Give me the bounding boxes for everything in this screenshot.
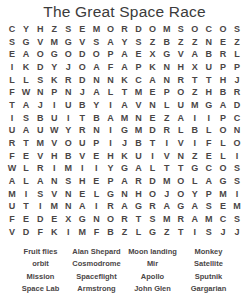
grid-cell[interactable]: S <box>19 112 33 125</box>
grid-cell[interactable]: D <box>19 226 33 239</box>
grid-cell[interactable]: U <box>5 201 19 214</box>
grid-cell[interactable]: A <box>117 48 131 61</box>
grid-cell[interactable]: O <box>146 23 160 36</box>
grid-cell[interactable]: N <box>174 150 188 163</box>
grid-cell[interactable]: N <box>61 201 75 214</box>
grid-cell[interactable]: F <box>5 150 19 163</box>
grid-cell[interactable]: B <box>75 99 89 112</box>
grid-cell[interactable]: R <box>230 86 244 99</box>
grid-cell[interactable]: J <box>75 86 89 99</box>
grid-cell[interactable]: N <box>160 74 174 87</box>
grid-cell[interactable]: N <box>89 125 103 138</box>
grid-cell[interactable]: O <box>103 23 117 36</box>
grid-cell[interactable]: A <box>202 175 216 188</box>
grid-cell[interactable]: Z <box>47 23 61 36</box>
grid-cell[interactable]: S <box>132 36 146 49</box>
grid-cell[interactable]: N <box>33 86 47 99</box>
grid-cell[interactable]: B <box>132 137 146 150</box>
grid-cell[interactable]: T <box>117 86 131 99</box>
grid-cell[interactable]: M <box>132 125 146 138</box>
grid-cell[interactable]: K <box>47 74 61 87</box>
grid-cell[interactable]: I <box>61 226 75 239</box>
grid-cell[interactable]: Z <box>160 112 174 125</box>
grid-cell[interactable]: V <box>160 150 174 163</box>
grid-cell[interactable]: T <box>19 201 33 214</box>
word-list-item: Monkey <box>181 246 237 258</box>
grid-cell[interactable]: T <box>19 137 33 150</box>
grid-cell[interactable]: Y <box>19 23 33 36</box>
grid-cell[interactable]: G <box>75 213 89 226</box>
grid-cell[interactable]: E <box>132 48 146 61</box>
grid-cell[interactable]: B <box>33 112 47 125</box>
grid-cell[interactable]: M <box>160 23 174 36</box>
grid-cell[interactable]: A <box>19 48 33 61</box>
grid-cell[interactable]: M <box>47 36 61 49</box>
grid-cell[interactable]: O <box>33 48 47 61</box>
grid-cell[interactable]: B <box>216 86 230 99</box>
grid-cell[interactable]: M <box>5 188 19 201</box>
grid-cell[interactable]: G <box>216 175 230 188</box>
grid-cell[interactable]: N <box>47 175 61 188</box>
grid-cell[interactable]: S <box>89 36 103 49</box>
grid-cell[interactable]: L <box>19 74 33 87</box>
grid-cell[interactable]: O <box>216 163 230 176</box>
grid-cell[interactable]: E <box>19 213 33 226</box>
grid-cell[interactable]: Z <box>188 86 202 99</box>
grid-cell[interactable]: A <box>89 86 103 99</box>
grid-cell[interactable]: O <box>174 188 188 201</box>
grid-cell[interactable]: D <box>132 23 146 36</box>
grid-cell[interactable]: V <box>47 188 61 201</box>
grid-cell[interactable]: L <box>188 175 202 188</box>
grid-cell[interactable]: P <box>103 175 117 188</box>
grid-cell[interactable]: J <box>117 137 131 150</box>
grid-cell[interactable]: O <box>188 23 202 36</box>
word-list-item: Cosmodrome <box>69 258 125 270</box>
grid-cell[interactable]: O <box>216 125 230 138</box>
grid-cell[interactable]: V <box>174 137 188 150</box>
grid-cell[interactable]: I <box>202 112 216 125</box>
grid-cell[interactable]: N <box>61 188 75 201</box>
grid-cell[interactable]: I <box>47 163 61 176</box>
grid-cell[interactable]: W <box>47 125 61 138</box>
grid-cell[interactable]: F <box>202 137 216 150</box>
grid-cell[interactable]: P <box>89 137 103 150</box>
grid-cell[interactable]: G <box>19 36 33 49</box>
grid-cell[interactable]: O <box>61 48 75 61</box>
grid-cell[interactable]: Z <box>146 36 160 49</box>
grid-cell[interactable]: H <box>216 74 230 87</box>
grid-cell[interactable]: R <box>33 163 47 176</box>
grid-cell[interactable]: I <box>103 125 117 138</box>
grid-cell[interactable]: D <box>33 61 47 74</box>
grid-cell[interactable]: L <box>103 86 117 99</box>
grid-cell[interactable]: V <box>33 150 47 163</box>
grid-cell[interactable]: N <box>89 213 103 226</box>
grid-cell[interactable]: Z <box>188 36 202 49</box>
grid-cell[interactable]: E <box>75 188 89 201</box>
grid-cell[interactable]: K <box>47 226 61 239</box>
grid-cell[interactable]: E <box>5 48 19 61</box>
grid-cell[interactable]: G <box>132 201 146 214</box>
grid-cell[interactable]: E <box>216 201 230 214</box>
grid-cell[interactable]: L <box>160 99 174 112</box>
grid-cell[interactable]: I <box>61 112 75 125</box>
grid-cell[interactable]: L <box>89 188 103 201</box>
grid-cell[interactable]: I <box>47 99 61 112</box>
grid-cell[interactable]: Y <box>89 99 103 112</box>
grid-cell[interactable]: C <box>132 74 146 87</box>
grid-cell[interactable]: L <box>230 48 244 61</box>
grid-cell[interactable]: V <box>174 48 188 61</box>
grid-cell[interactable]: G <box>202 99 216 112</box>
grid-cell[interactable]: N <box>146 99 160 112</box>
grid-cell[interactable]: D <box>146 125 160 138</box>
grid-cell[interactable]: S <box>33 188 47 201</box>
grid-cell[interactable]: I <box>89 163 103 176</box>
grid-cell[interactable]: A <box>19 125 33 138</box>
grid-cell[interactable]: I <box>188 137 202 150</box>
grid-cell[interactable]: H <box>132 188 146 201</box>
word-list-item: Spaceflight <box>69 270 125 282</box>
grid-cell[interactable]: M <box>61 163 75 176</box>
grid-cell[interactable]: C <box>230 112 244 125</box>
grid-cell[interactable]: E <box>202 150 216 163</box>
grid-cell[interactable]: A <box>75 201 89 214</box>
grid-cell[interactable]: I <box>5 61 19 74</box>
grid-cell[interactable]: B <box>160 36 174 49</box>
word-list: Fruit flies Alan Shepard Moon landing Mo… <box>13 246 237 295</box>
grid-cell[interactable]: S <box>146 213 160 226</box>
grid-cell[interactable]: U <box>61 99 75 112</box>
grid-cell[interactable]: S <box>61 23 75 36</box>
grid-cell[interactable]: N <box>160 61 174 74</box>
grid-cell[interactable]: I <box>75 163 89 176</box>
grid-cell[interactable]: M <box>132 86 146 99</box>
grid-cell[interactable]: A <box>89 61 103 74</box>
grid-cell[interactable]: E <box>146 86 160 99</box>
grid-cell[interactable]: T <box>132 213 146 226</box>
grid-cell[interactable]: E <box>75 23 89 36</box>
grid-cell[interactable]: E <box>89 150 103 163</box>
grid-cell[interactable]: O <box>89 48 103 61</box>
grid-cell[interactable]: R <box>103 201 117 214</box>
grid-cell[interactable]: B <box>61 150 75 163</box>
grid-cell[interactable]: A <box>117 99 131 112</box>
grid-cell[interactable]: R <box>75 125 89 138</box>
grid-cell[interactable]: Y <box>188 188 202 201</box>
grid-cell[interactable]: K <box>19 61 33 74</box>
grid-cell[interactable]: N <box>230 125 244 138</box>
grid-cell[interactable]: T <box>174 226 188 239</box>
grid-cell[interactable]: H <box>47 150 61 163</box>
grid-cell[interactable]: R <box>160 125 174 138</box>
grid-cell[interactable]: L <box>5 74 19 87</box>
grid-cell[interactable]: I <box>188 226 202 239</box>
grid-cell[interactable]: A <box>146 74 160 87</box>
grid-cell[interactable]: A <box>216 99 230 112</box>
grid-cell[interactable]: O <box>230 137 244 150</box>
grid-cell[interactable]: M <box>75 226 89 239</box>
grid-cell[interactable]: B <box>188 125 202 138</box>
grid-cell[interactable]: F <box>33 226 47 239</box>
grid-cell[interactable]: A <box>117 201 131 214</box>
grid-cell[interactable]: E <box>216 36 230 49</box>
grid-cell[interactable]: O <box>174 175 188 188</box>
grid-cell[interactable]: J <box>33 99 47 112</box>
grid-cell[interactable]: A <box>33 175 47 188</box>
grid-cell[interactable]: L <box>216 137 230 150</box>
grid-cell[interactable]: M <box>160 175 174 188</box>
grid-cell[interactable]: M <box>230 201 244 214</box>
grid-cell[interactable]: G <box>174 201 188 214</box>
grid-cell[interactable]: H <box>202 86 216 99</box>
grid-cell[interactable]: H <box>33 23 47 36</box>
grid-cell[interactable]: L <box>19 175 33 188</box>
grid-cell[interactable]: Z <box>160 226 174 239</box>
grid-cell[interactable]: G <box>146 226 160 239</box>
grid-cell[interactable]: U <box>202 61 216 74</box>
grid-cell[interactable]: C <box>216 213 230 226</box>
grid-cell[interactable]: Y <box>103 163 117 176</box>
grid-cell[interactable]: T <box>174 163 188 176</box>
grid-cell[interactable]: S <box>33 74 47 87</box>
grid-cell[interactable]: U <box>75 137 89 150</box>
grid-cell[interactable]: M <box>33 137 47 150</box>
grid-cell[interactable]: L <box>146 163 160 176</box>
grid-cell[interactable]: J <box>61 61 75 74</box>
grid-cell[interactable]: T <box>188 74 202 87</box>
grid-cell[interactable]: U <box>132 150 146 163</box>
grid-cell[interactable]: I <box>19 188 33 201</box>
grid-cell[interactable]: I <box>103 99 117 112</box>
grid-cell[interactable]: V <box>47 137 61 150</box>
grid-cell[interactable]: R <box>174 213 188 226</box>
grid-cell[interactable]: J <box>160 188 174 201</box>
grid-cell[interactable]: M <box>160 213 174 226</box>
grid-cell[interactable]: M <box>216 188 230 201</box>
grid-cell[interactable]: K <box>117 74 131 87</box>
grid-cell[interactable]: O <box>75 61 89 74</box>
grid-cell[interactable]: L <box>202 125 216 138</box>
grid-cell[interactable]: V <box>132 99 146 112</box>
grid-cell[interactable]: S <box>230 163 244 176</box>
grid-cell[interactable]: V <box>75 36 89 49</box>
grid-cell[interactable]: T <box>160 163 174 176</box>
grid-cell[interactable]: P <box>216 112 230 125</box>
grid-cell[interactable]: V <box>33 36 47 49</box>
grid-cell[interactable]: X <box>188 61 202 74</box>
grid-cell[interactable]: U <box>5 125 19 138</box>
grid-cell[interactable]: P <box>160 86 174 99</box>
grid-cell[interactable]: I <box>230 188 244 201</box>
grid-cell[interactable]: A <box>117 61 131 74</box>
grid-cell[interactable]: Y <box>61 125 75 138</box>
word-list-item: Space Lab <box>13 283 69 295</box>
grid-cell[interactable]: O <box>103 213 117 226</box>
grid-cell[interactable]: M <box>188 99 202 112</box>
grid-cell[interactable]: G <box>117 125 131 138</box>
grid-cell[interactable]: L <box>216 150 230 163</box>
word-search-page: The Great Space Race CYHZSEMORDOMSOCOSSG… <box>0 0 249 300</box>
grid-cell[interactable]: S <box>5 36 19 49</box>
grid-cell[interactable]: U <box>174 99 188 112</box>
word-list-item: Gargarian <box>181 283 237 295</box>
grid-cell[interactable]: L <box>19 163 33 176</box>
grid-cell[interactable]: M <box>117 112 131 125</box>
grid-cell[interactable]: B <box>89 112 103 125</box>
grid-cell[interactable]: S <box>61 175 75 188</box>
grid-cell[interactable]: S <box>202 226 216 239</box>
grid-cell[interactable]: E <box>19 150 33 163</box>
grid-cell[interactable]: P <box>47 86 61 99</box>
grid-cell[interactable]: A <box>188 48 202 61</box>
grid-cell[interactable]: Z <box>230 36 244 49</box>
word-list-item: Fruit flies <box>13 246 69 258</box>
grid-cell[interactable]: N <box>89 74 103 87</box>
grid-cell[interactable]: B <box>202 48 216 61</box>
grid-cell[interactable]: I <box>146 150 160 163</box>
grid-cell[interactable]: D <box>33 213 47 226</box>
grid-cell[interactable]: I <box>230 150 244 163</box>
grid-cell[interactable]: G <box>160 48 174 61</box>
grid-cell[interactable]: O <box>146 188 160 201</box>
grid-cell[interactable]: R <box>132 175 146 188</box>
grid-cell[interactable]: L <box>174 125 188 138</box>
grid-cell[interactable]: A <box>117 175 131 188</box>
grid-cell[interactable]: A <box>188 201 202 214</box>
grid-cell[interactable]: R <box>5 137 19 150</box>
grid-cell[interactable]: G <box>103 188 117 201</box>
grid-cell[interactable]: Z <box>174 36 188 49</box>
grid-cell[interactable]: O <box>216 23 230 36</box>
grid-cell[interactable]: D <box>146 175 160 188</box>
word-list-item: Apollo <box>125 270 181 282</box>
grid-cell[interactable]: C <box>202 163 216 176</box>
grid-cell[interactable]: S <box>202 201 216 214</box>
grid-cell[interactable]: Y <box>117 36 131 49</box>
grid-cell[interactable]: G <box>47 48 61 61</box>
grid-cell[interactable]: I <box>33 201 47 214</box>
grid-cell[interactable]: T <box>146 137 160 150</box>
grid-cell[interactable]: P <box>230 61 244 74</box>
grid-cell[interactable]: N <box>202 36 216 49</box>
grid-cell[interactable]: F <box>5 86 19 99</box>
grid-cell[interactable]: Y <box>47 61 61 74</box>
grid-cell[interactable]: R <box>174 74 188 87</box>
grid-cell[interactable]: P <box>103 48 117 61</box>
grid-cell[interactable]: M <box>89 23 103 36</box>
grid-cell[interactable]: V <box>75 150 89 163</box>
grid-cell[interactable]: S <box>230 213 244 226</box>
grid-cell[interactable]: I <box>188 112 202 125</box>
grid-cell[interactable]: D <box>75 48 89 61</box>
grid-cell[interactable]: A <box>174 112 188 125</box>
grid-cell[interactable]: G <box>188 163 202 176</box>
grid-cell[interactable]: I <box>89 201 103 214</box>
grid-cell[interactable]: T <box>202 74 216 87</box>
grid-cell[interactable]: Z <box>188 150 202 163</box>
grid-cell[interactable]: J <box>230 226 244 239</box>
grid-cell[interactable]: N <box>117 188 131 201</box>
grid-cell[interactable]: M <box>47 201 61 214</box>
grid-cell[interactable]: N <box>103 74 117 87</box>
grid-cell[interactable]: O <box>61 137 75 150</box>
grid-cell[interactable]: S <box>174 23 188 36</box>
grid-cell[interactable]: T <box>5 99 19 112</box>
grid-cell[interactable]: Z <box>117 226 131 239</box>
grid-cell[interactable]: A <box>19 99 33 112</box>
grid-cell[interactable]: H <box>103 150 117 163</box>
grid-cell[interactable]: W <box>19 86 33 99</box>
grid-cell[interactable]: R <box>216 48 230 61</box>
grid-cell[interactable]: T <box>75 112 89 125</box>
word-list-item: Armstrong <box>69 283 125 295</box>
grid-cell[interactable]: G <box>61 36 75 49</box>
grid-cell[interactable]: F <box>103 61 117 74</box>
grid-cell[interactable]: U <box>33 125 47 138</box>
grid-cell[interactable]: J <box>216 226 230 239</box>
grid-cell[interactable]: P <box>202 188 216 201</box>
grid-cell[interactable]: F <box>5 213 19 226</box>
grid-cell[interactable]: A <box>188 213 202 226</box>
grid-cell[interactable]: R <box>146 201 160 214</box>
grid-cell[interactable]: P <box>132 61 146 74</box>
grid-cell[interactable]: R <box>117 213 131 226</box>
grid-cell[interactable]: C <box>5 23 19 36</box>
grid-cell[interactable]: I <box>5 112 19 125</box>
grid-cell[interactable]: A <box>5 175 19 188</box>
grid-cell[interactable]: H <box>75 175 89 188</box>
grid-cell[interactable]: R <box>61 74 75 87</box>
grid-cell[interactable]: A <box>103 112 117 125</box>
grid-cell[interactable]: S <box>230 175 244 188</box>
grid-cell[interactable]: G <box>117 163 131 176</box>
grid-cell[interactable]: O <box>174 86 188 99</box>
grid-cell[interactable]: I <box>160 137 174 150</box>
grid-cell[interactable]: K <box>117 150 131 163</box>
grid-cell[interactable]: W <box>5 163 19 176</box>
grid-cell[interactable]: A <box>132 163 146 176</box>
grid-cell[interactable]: N <box>132 112 146 125</box>
grid-cell[interactable]: R <box>117 23 131 36</box>
grid-cell[interactable]: X <box>146 48 160 61</box>
grid-cell[interactable]: D <box>230 99 244 112</box>
grid-cell[interactable]: A <box>103 36 117 49</box>
grid-cell[interactable]: F <box>89 226 103 239</box>
grid-cell[interactable]: V <box>5 226 19 239</box>
grid-cell[interactable]: B <box>103 226 117 239</box>
grid-cell[interactable]: P <box>216 61 230 74</box>
letter-grid: CYHZSEMORDOMSOCOSSGVMGVSAYSZBZZNEZEAOGOD… <box>5 23 244 239</box>
grid-cell[interactable]: N <box>61 86 75 99</box>
grid-cell[interactable]: A <box>160 201 174 214</box>
grid-cell[interactable]: U <box>47 112 61 125</box>
grid-cell[interactable]: E <box>47 213 61 226</box>
grid-cell[interactable]: C <box>202 23 216 36</box>
grid-cell[interactable]: D <box>75 74 89 87</box>
grid-cell[interactable]: E <box>89 175 103 188</box>
grid-cell[interactable]: M <box>202 213 216 226</box>
grid-cell[interactable]: K <box>146 61 160 74</box>
grid-cell[interactable]: E <box>146 112 160 125</box>
grid-cell[interactable]: J <box>230 74 244 87</box>
grid-cell[interactable]: I <box>103 137 117 150</box>
grid-cell[interactable]: H <box>174 61 188 74</box>
grid-cell[interactable]: L <box>132 226 146 239</box>
grid-cell[interactable]: X <box>61 213 75 226</box>
grid-cell[interactable]: S <box>230 23 244 36</box>
